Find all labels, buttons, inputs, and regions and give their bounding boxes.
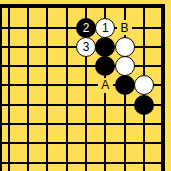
point-letter: B [121,22,129,34]
move-number: 1 [102,22,109,34]
white-stone-P17: 3 [76,37,96,57]
white-stone-R17 [115,37,135,57]
go-board: 213BA [0,0,171,171]
point-label-R18: B [117,20,132,35]
black-stone-P18: 2 [76,18,96,38]
board-stones: 213BA [0,0,171,171]
move-number: 3 [83,41,90,53]
white-stone-Q18: 1 [95,18,115,38]
white-stone-R16 [115,56,135,76]
black-stone-R15 [115,75,135,95]
black-stone-Q16 [95,56,115,76]
point-letter: A [101,79,109,91]
move-number: 2 [83,22,90,34]
black-stone-S14 [134,95,154,115]
white-stone-S15 [134,75,154,95]
point-label-Q15: A [98,78,113,93]
black-stone-Q17 [95,37,115,57]
